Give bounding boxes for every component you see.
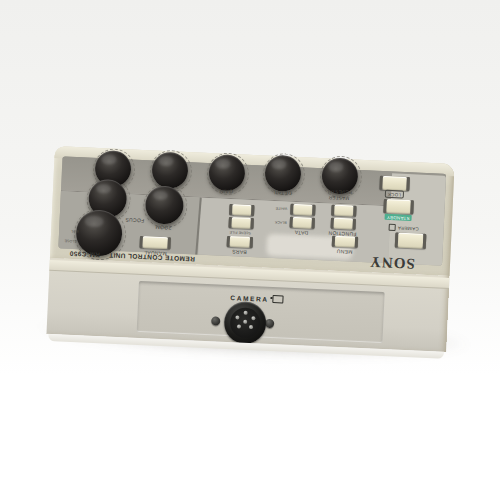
bars-button [227, 236, 253, 248]
control-panel-face: GAIN DETAIL MASTERPEDESTAL FOCUS ZOOM IR… [50, 146, 455, 276]
data-up-button [290, 204, 315, 216]
data-label: DATA [294, 229, 308, 235]
gain-knob-label: GAIN [219, 188, 233, 194]
connector-recess: CAMERA [137, 281, 385, 343]
power-icon [388, 224, 395, 231]
sony-logo: SONY [369, 253, 415, 272]
function-up-button [331, 205, 356, 217]
iris-knob-label: IRIS [71, 229, 78, 233]
lock-button [379, 176, 410, 191]
din-connector [223, 301, 267, 345]
function-down-button [331, 218, 356, 230]
iris-close-label: CLOSE [64, 239, 77, 244]
scene-file-down-button [228, 217, 253, 229]
zoom-knob-label: ZOOM [155, 224, 171, 230]
standby-label: STANDBY [384, 214, 411, 221]
data-up-hint: WHITE [275, 206, 287, 211]
data-down-button [290, 217, 315, 229]
screw-left [211, 316, 220, 325]
camera-button-label: CAMERA [388, 224, 418, 232]
bars-label: BARS [232, 248, 247, 254]
detail-knob-label: DETAIL [273, 189, 292, 195]
standby-button [383, 199, 414, 214]
menu-button [332, 236, 358, 248]
focus-knob-label: FOCUS [125, 217, 144, 223]
master-pedestal-knob-label: MASTERPEDESTAL [326, 189, 352, 201]
connector-icon [272, 295, 283, 303]
din-connector-face [230, 307, 261, 338]
scene-file-up-button [229, 204, 254, 216]
screw-right [265, 319, 274, 328]
lock-label: LOCK [384, 190, 404, 198]
manual-button [139, 236, 171, 249]
camera-power-button [395, 233, 427, 249]
photo-background: GAIN DETAIL MASTERPEDESTAL FOCUS ZOOM IR… [0, 0, 500, 500]
data-down-hint: BLACK [275, 220, 287, 225]
remote-control-unit: GAIN DETAIL MASTERPEDESTAL FOCUS ZOOM IR… [46, 146, 454, 354]
menu-label: MENU [336, 248, 352, 254]
